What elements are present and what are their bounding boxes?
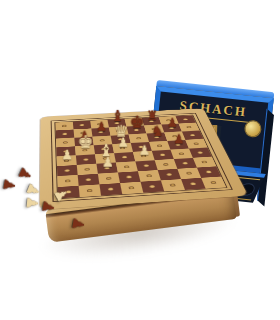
peg-hole — [122, 156, 128, 159]
peg-hole — [186, 172, 192, 175]
peg-hole — [62, 125, 67, 127]
peg-hole — [206, 170, 212, 173]
square-d3 — [116, 161, 138, 172]
peg-hole — [136, 137, 141, 139]
peg-hole — [128, 186, 134, 189]
loose-dark-pawn-icon: ♟ — [0, 176, 18, 195]
peg-hole — [87, 189, 93, 192]
peg-hole — [182, 162, 188, 165]
peg-hole — [63, 141, 68, 144]
square-d1 — [120, 182, 143, 194]
peg-hole — [197, 151, 203, 154]
square-h4 — [189, 148, 212, 158]
square-h1 — [201, 177, 226, 189]
square-b2 — [78, 174, 100, 186]
peg-hole — [166, 173, 172, 176]
peg-hole — [65, 179, 71, 182]
peg-hole — [210, 181, 217, 184]
peg-hole — [108, 188, 114, 191]
peg-hole — [106, 177, 112, 180]
light-pawn-icon: ♟ — [55, 148, 78, 161]
board-frame: ♝♜♟♚♟♟♛♞♚♟♟♟♝♟♟ — [51, 113, 233, 202]
loose-light-pawn-icon: ♟ — [23, 194, 40, 211]
peg-hole — [62, 133, 67, 135]
peg-hole — [160, 154, 166, 157]
peg-hole — [163, 163, 169, 166]
square-b4 — [76, 154, 97, 165]
peg-hole — [126, 176, 132, 179]
peg-hole — [84, 168, 90, 171]
peg-hole — [190, 134, 196, 136]
dark-knight-icon: ♞ — [146, 124, 167, 138]
dark-pawn-icon: ♟ — [168, 133, 190, 146]
square-c3: ♟ — [96, 163, 118, 174]
peg-hole — [149, 185, 155, 188]
square-b3 — [77, 164, 98, 175]
square-h3 — [193, 157, 216, 168]
peg-hole — [146, 174, 152, 177]
box-right-side — [257, 109, 274, 207]
peg-hole — [183, 118, 188, 120]
square-a1 — [58, 186, 80, 199]
peg-hole — [143, 164, 149, 167]
peg-hole — [190, 182, 196, 185]
peg-hole — [83, 158, 88, 161]
light-pawn-icon: ♟ — [96, 155, 119, 169]
square-b1 — [79, 184, 101, 197]
peg-hole — [66, 190, 72, 193]
peg-hole — [186, 126, 191, 128]
peg-hole — [80, 124, 85, 126]
peg-hole — [64, 169, 69, 172]
square-g3 — [174, 158, 197, 169]
light-pawn-icon: ♟ — [133, 144, 155, 157]
square-f3 — [155, 159, 178, 170]
peg-hole — [201, 161, 207, 164]
peg-hole — [193, 142, 199, 145]
peg-hole — [157, 145, 163, 148]
loose-dark-pawn-icon: ♟ — [14, 163, 35, 184]
chess-board-grid: ♝♜♟♚♟♟♛♞♚♟♟♟♝♟♟ — [54, 115, 227, 199]
peg-hole — [124, 165, 130, 168]
peg-hole — [179, 152, 185, 155]
peg-hole — [170, 184, 176, 187]
square-c1 — [99, 183, 122, 196]
square-g5: ♟ — [167, 140, 189, 150]
product-photo: SCHACH mini ♝♜♟♚♟♟♛♞♚♟♟♟♝♟♟ ♟♟♟♟♟♟♟ — [0, 0, 280, 320]
gold-seal-icon — [245, 121, 261, 137]
peg-hole — [86, 178, 92, 181]
